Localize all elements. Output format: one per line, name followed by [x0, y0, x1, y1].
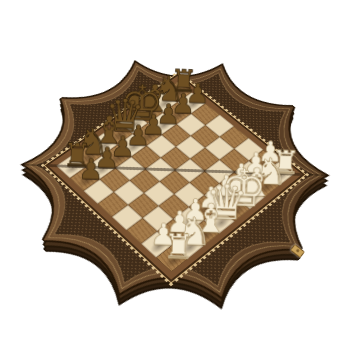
piece-white-rook[interactable]: ♜	[156, 229, 201, 265]
chess-box: ♜♞♝♛♚♝♞♜♟♟♟♟♟♟♟♟♟♟♟♟♟♟♟♟♜♞♝♛♚♝♞♜	[0, 19, 350, 350]
piece-black-pawn[interactable]: ♟	[70, 155, 112, 185]
square-a1[interactable]: ♜	[156, 245, 188, 272]
product-photo-scene: ♜♞♝♛♚♝♞♜♟♟♟♟♟♟♟♟♟♟♟♟♟♟♟♟♜♞♝♛♚♝♞♜	[0, 0, 350, 350]
